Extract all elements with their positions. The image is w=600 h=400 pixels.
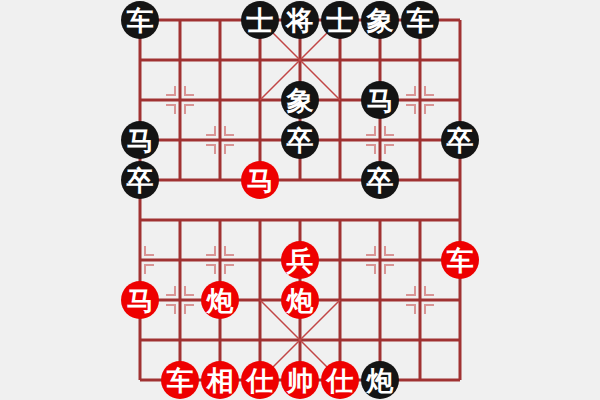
piece-red-advisor[interactable]: 仕 <box>321 361 359 399</box>
piece-red-horse[interactable]: 马 <box>241 161 279 199</box>
piece-red-chariot[interactable]: 车 <box>161 361 199 399</box>
piece-red-soldier[interactable]: 兵 <box>281 241 319 279</box>
piece-red-horse[interactable]: 马 <box>121 281 159 319</box>
xiangqi-app: 车士将士象车象马马卒卒卒马卒兵车马炮炮车相仕帅仕炮 <box>0 0 600 400</box>
piece-black-elephant[interactable]: 象 <box>361 1 399 39</box>
piece-black-soldier[interactable]: 卒 <box>361 161 399 199</box>
piece-black-cannon[interactable]: 炮 <box>361 361 399 399</box>
piece-black-horse[interactable]: 马 <box>361 81 399 119</box>
piece-red-advisor[interactable]: 仕 <box>241 361 279 399</box>
piece-red-cannon[interactable]: 炮 <box>281 281 319 319</box>
board-grid: 车士将士象车象马马卒卒卒马卒兵车马炮炮车相仕帅仕炮 <box>120 0 480 400</box>
piece-black-advisor[interactable]: 士 <box>241 1 279 39</box>
piece-black-general[interactable]: 将 <box>281 1 319 39</box>
xiangqi-board: 车士将士象车象马马卒卒卒马卒兵车马炮炮车相仕帅仕炮 <box>120 0 480 400</box>
piece-red-elephant[interactable]: 相 <box>201 361 239 399</box>
piece-black-soldier[interactable]: 卒 <box>281 121 319 159</box>
piece-black-chariot[interactable]: 车 <box>121 1 159 39</box>
piece-red-chariot[interactable]: 车 <box>441 241 479 279</box>
piece-black-elephant[interactable]: 象 <box>281 81 319 119</box>
piece-black-soldier[interactable]: 卒 <box>121 161 159 199</box>
piece-red-cannon[interactable]: 炮 <box>201 281 239 319</box>
piece-black-advisor[interactable]: 士 <box>321 1 359 39</box>
piece-black-horse[interactable]: 马 <box>121 121 159 159</box>
piece-black-soldier[interactable]: 卒 <box>441 121 479 159</box>
piece-black-chariot[interactable]: 车 <box>401 1 439 39</box>
piece-red-general[interactable]: 帅 <box>281 361 319 399</box>
